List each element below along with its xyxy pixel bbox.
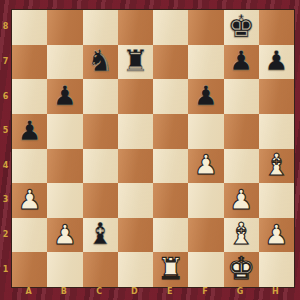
square-c7[interactable]: ♞ (83, 45, 118, 80)
square-b5[interactable] (47, 114, 82, 149)
square-a6[interactable] (12, 79, 47, 114)
square-b4[interactable] (47, 149, 82, 184)
square-a2[interactable] (12, 218, 47, 253)
rank-label-7: 7 (0, 56, 11, 65)
square-f5[interactable] (188, 114, 223, 149)
square-a7[interactable] (12, 45, 47, 80)
square-h1[interactable] (259, 252, 294, 287)
square-f3[interactable] (188, 183, 223, 218)
rank-label-3: 3 (0, 195, 11, 204)
square-g3[interactable]: ♟ (224, 183, 259, 218)
file-coordinates: ABCDEFGH (11, 286, 293, 300)
square-f4[interactable]: ♟ (188, 149, 223, 184)
square-a5[interactable]: ♟ (12, 114, 47, 149)
square-h2[interactable]: ♟ (259, 218, 294, 253)
rank-label-8: 8 (0, 22, 11, 31)
square-d6[interactable] (118, 79, 153, 114)
square-d3[interactable] (118, 183, 153, 218)
square-h4[interactable]: ♝ (259, 149, 294, 184)
square-e3[interactable] (153, 183, 188, 218)
rank-label-1: 1 (0, 264, 11, 273)
square-b1[interactable] (47, 252, 82, 287)
square-h8[interactable] (259, 10, 294, 45)
square-a3[interactable]: ♟ (12, 183, 47, 218)
square-b8[interactable] (47, 10, 82, 45)
square-a1[interactable] (12, 252, 47, 287)
square-c5[interactable] (83, 114, 118, 149)
piece-black-pawn[interactable]: ♟ (18, 117, 42, 144)
piece-white-pawn[interactable]: ♟ (264, 221, 288, 248)
square-f7[interactable] (188, 45, 223, 80)
square-h5[interactable] (259, 114, 294, 149)
file-label-d: D (124, 287, 144, 296)
square-g8[interactable]: ♚ (224, 10, 259, 45)
square-a8[interactable] (12, 10, 47, 45)
piece-white-pawn[interactable]: ♟ (18, 186, 42, 213)
piece-white-rook[interactable]: ♜ (157, 254, 184, 284)
square-g5[interactable] (224, 114, 259, 149)
square-b3[interactable] (47, 183, 82, 218)
square-c2[interactable]: ♝ (83, 218, 118, 253)
square-d5[interactable] (118, 114, 153, 149)
piece-white-pawn[interactable]: ♟ (229, 186, 253, 213)
square-e4[interactable] (153, 149, 188, 184)
square-d4[interactable] (118, 149, 153, 184)
rank-label-6: 6 (0, 91, 11, 100)
square-b6[interactable]: ♟ (47, 79, 82, 114)
piece-black-rook[interactable]: ♜ (122, 46, 149, 76)
square-g2[interactable]: ♝ (224, 218, 259, 253)
square-d8[interactable] (118, 10, 153, 45)
file-label-f: F (195, 287, 215, 296)
piece-black-bishop[interactable]: ♝ (87, 219, 114, 249)
square-g1[interactable]: ♚ (224, 252, 259, 287)
square-h7[interactable]: ♟ (259, 45, 294, 80)
square-f1[interactable] (188, 252, 223, 287)
piece-black-king[interactable]: ♚ (227, 11, 255, 42)
square-g6[interactable] (224, 79, 259, 114)
square-h6[interactable] (259, 79, 294, 114)
square-e1[interactable]: ♜ (153, 252, 188, 287)
rank-label-4: 4 (0, 160, 11, 169)
square-g4[interactable] (224, 149, 259, 184)
square-b7[interactable] (47, 45, 82, 80)
square-c4[interactable] (83, 149, 118, 184)
piece-white-pawn[interactable]: ♟ (194, 151, 218, 178)
square-d1[interactable] (118, 252, 153, 287)
square-g7[interactable]: ♟ (224, 45, 259, 80)
square-c6[interactable] (83, 79, 118, 114)
square-e8[interactable] (153, 10, 188, 45)
square-c3[interactable] (83, 183, 118, 218)
square-f2[interactable] (188, 218, 223, 253)
file-label-a: A (19, 287, 39, 296)
piece-black-knight[interactable]: ♞ (87, 46, 114, 76)
square-f6[interactable]: ♟ (188, 79, 223, 114)
square-e7[interactable] (153, 45, 188, 80)
piece-white-pawn[interactable]: ♟ (53, 221, 77, 248)
square-c8[interactable] (83, 10, 118, 45)
piece-black-pawn[interactable]: ♟ (229, 47, 253, 74)
piece-black-pawn[interactable]: ♟ (264, 47, 288, 74)
square-f8[interactable] (188, 10, 223, 45)
board-frame: ♚♞♜♟♟♟♟♟♟♝♟♟♟♝♝♟♜♚ 87654321 ABCDEFGH (0, 0, 300, 300)
square-e5[interactable] (153, 114, 188, 149)
piece-black-pawn[interactable]: ♟ (53, 82, 77, 109)
square-c1[interactable] (83, 252, 118, 287)
file-label-e: E (160, 287, 180, 296)
square-e2[interactable] (153, 218, 188, 253)
rank-label-5: 5 (0, 126, 11, 135)
piece-black-pawn[interactable]: ♟ (194, 82, 218, 109)
file-label-c: C (89, 287, 109, 296)
rank-label-2: 2 (0, 230, 11, 239)
square-h3[interactable] (259, 183, 294, 218)
square-b2[interactable]: ♟ (47, 218, 82, 253)
square-d2[interactable] (118, 218, 153, 253)
square-d7[interactable]: ♜ (118, 45, 153, 80)
file-label-g: G (230, 287, 250, 296)
file-label-b: B (54, 287, 74, 296)
file-label-h: H (265, 287, 285, 296)
square-e6[interactable] (153, 79, 188, 114)
piece-white-bishop[interactable]: ♝ (263, 150, 290, 180)
square-a4[interactable] (12, 149, 47, 184)
piece-white-bishop[interactable]: ♝ (228, 219, 255, 249)
piece-white-king[interactable]: ♚ (227, 253, 255, 284)
chess-board: ♚♞♜♟♟♟♟♟♟♝♟♟♟♝♝♟♜♚ (11, 9, 295, 288)
rank-coordinates: 87654321 (0, 9, 11, 286)
